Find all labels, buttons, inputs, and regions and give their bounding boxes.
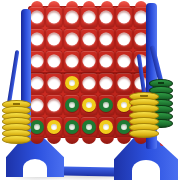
- board-top-scallop: [66, 1, 78, 7]
- empty-hole: [48, 33, 61, 46]
- empty-hole: [117, 55, 130, 68]
- empty-hole: [82, 33, 95, 46]
- cell-r3c6[interactable]: [115, 50, 132, 72]
- board-bottom-scallop: [82, 137, 96, 144]
- yellow-spare-ring: [2, 135, 31, 144]
- empty-hole: [82, 77, 95, 90]
- disc-green: [65, 98, 79, 112]
- cell-r2c5[interactable]: [98, 28, 115, 50]
- disc-yellow: [82, 98, 96, 112]
- empty-hole: [30, 77, 43, 90]
- cell-r6c3[interactable]: [63, 116, 80, 138]
- board-top-scallop: [101, 1, 113, 7]
- empty-hole: [30, 11, 43, 24]
- cell-r5c4[interactable]: [80, 94, 97, 116]
- cell-r6c4[interactable]: [80, 116, 97, 138]
- empty-hole: [65, 55, 78, 68]
- cell-r5c2[interactable]: [45, 94, 62, 116]
- giant-connect-four-product-photo: [0, 0, 180, 180]
- disc-yellow: [47, 120, 61, 134]
- cell-r1c3[interactable]: [63, 6, 80, 28]
- empty-hole: [65, 33, 78, 46]
- cell-r3c5[interactable]: [98, 50, 115, 72]
- left-leg-arch: [23, 159, 47, 178]
- empty-hole: [117, 33, 130, 46]
- empty-hole: [48, 55, 61, 68]
- screw-cap: [160, 142, 164, 146]
- empty-hole: [100, 33, 113, 46]
- right-leg-arch: [132, 160, 160, 180]
- board-top-scallop: [48, 1, 60, 7]
- cell-r6c2[interactable]: [45, 116, 62, 138]
- cell-r6c5[interactable]: [98, 116, 115, 138]
- yellow-spare-ring: [129, 129, 159, 138]
- empty-hole: [30, 55, 43, 68]
- cell-r1c6[interactable]: [115, 6, 132, 28]
- disc-green: [65, 120, 79, 134]
- cell-r2c6[interactable]: [115, 28, 132, 50]
- board-top-scallop: [118, 1, 130, 7]
- right-front-disc-rack-yellow: [129, 92, 160, 140]
- disc-yellow: [99, 120, 113, 134]
- empty-hole: [82, 55, 95, 68]
- empty-hole: [30, 33, 43, 46]
- cell-r1c5[interactable]: [98, 6, 115, 28]
- cell-r2c2[interactable]: [45, 28, 62, 50]
- empty-hole: [48, 11, 61, 24]
- cell-r2c4[interactable]: [80, 28, 97, 50]
- cell-r4c6[interactable]: [115, 72, 132, 94]
- board-top-scallop: [83, 1, 95, 7]
- empty-hole: [82, 11, 95, 24]
- empty-hole: [100, 11, 113, 24]
- cell-r4c2[interactable]: [45, 72, 62, 94]
- empty-hole: [48, 99, 61, 112]
- cell-r5c3[interactable]: [63, 94, 80, 116]
- empty-hole: [30, 99, 43, 112]
- cell-r3c4[interactable]: [80, 50, 97, 72]
- cell-r4c3[interactable]: [63, 72, 80, 94]
- empty-hole: [100, 55, 113, 68]
- empty-hole: [48, 77, 61, 90]
- empty-hole: [100, 77, 113, 90]
- disc-yellow: [65, 76, 79, 90]
- cell-r5c5[interactable]: [98, 94, 115, 116]
- left-disc-rail: [7, 50, 20, 106]
- cell-r4c4[interactable]: [80, 72, 97, 94]
- cell-r3c3[interactable]: [63, 50, 80, 72]
- empty-hole: [117, 77, 130, 90]
- disc-green: [99, 98, 113, 112]
- left-disc-rack-yellow: [2, 100, 32, 146]
- cell-r4c5[interactable]: [98, 72, 115, 94]
- empty-hole: [65, 11, 78, 24]
- board-bottom-scallop: [47, 137, 61, 144]
- cell-r1c4[interactable]: [80, 6, 97, 28]
- cell-r3c2[interactable]: [45, 50, 62, 72]
- board-top-scallop: [31, 1, 43, 7]
- cell-r2c3[interactable]: [63, 28, 80, 50]
- board-bottom-scallop: [100, 137, 114, 144]
- board-bottom-scallop: [65, 137, 79, 144]
- empty-hole: [117, 11, 130, 24]
- disc-green: [82, 120, 96, 134]
- cell-r1c2[interactable]: [45, 6, 62, 28]
